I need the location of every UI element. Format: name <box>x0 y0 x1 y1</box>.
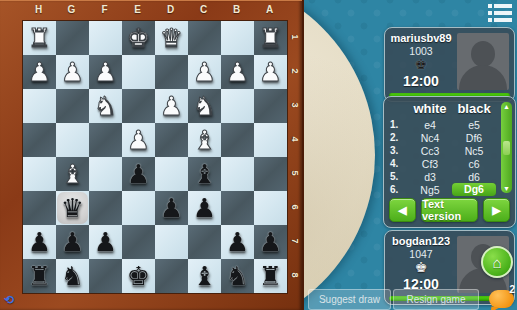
black-move[interactable]: c6 <box>452 158 496 170</box>
square-g8[interactable]: ♞ <box>56 259 89 293</box>
black-pawn[interactable]: ♟ <box>94 225 117 259</box>
white-knight[interactable]: ♞ <box>193 89 216 123</box>
white-move[interactable]: Nc4 <box>408 132 452 144</box>
black-pawn[interactable]: ♟ <box>127 157 150 191</box>
move-number: 4. <box>390 158 408 169</box>
white-pawn[interactable]: ♟ <box>61 55 84 89</box>
black-rook[interactable]: ♜ <box>259 259 282 293</box>
white-king-icon: ♚ <box>415 260 428 275</box>
square-c2[interactable]: ♟ <box>188 55 221 89</box>
board-rank-labels: 12345678 <box>287 20 302 292</box>
move-row-2: 2.Nc4Df6 <box>390 131 515 144</box>
black-king[interactable]: ♚ <box>127 259 150 293</box>
text-version-button[interactable]: Text version <box>421 198 478 222</box>
scroll-up-icon[interactable]: ▲ <box>503 102 510 111</box>
square-c8[interactable]: ♝ <box>188 259 221 293</box>
file-label-g: G <box>55 1 88 18</box>
black-move[interactable]: d6 <box>452 171 496 183</box>
move-row-4: 4.Cf3c6 <box>390 157 515 170</box>
square-b1[interactable] <box>221 21 254 55</box>
white-pawn[interactable]: ♟ <box>127 123 150 157</box>
file-label-e: E <box>121 1 154 18</box>
chess-board[interactable]: ♜♚♛♜♟♟♟♟♟♟♞♟♞♟♝♝♟♝♛♟♟♟♟♟♟♟♜♞♚♝♞♜ <box>22 20 288 294</box>
black-bishop[interactable]: ♝ <box>193 259 216 293</box>
black-move[interactable]: e5 <box>452 119 496 131</box>
square-g5[interactable]: ♝ <box>56 157 89 191</box>
square-e4[interactable]: ♟ <box>122 123 155 157</box>
square-a1[interactable]: ♜ <box>254 21 287 55</box>
white-pawn[interactable]: ♟ <box>226 55 249 89</box>
square-d4[interactable] <box>155 123 188 157</box>
move-row-5: 5.d3d6 <box>390 170 515 183</box>
move-number: 2. <box>390 132 408 143</box>
black-move[interactable]: Df6 <box>452 132 496 144</box>
suggest-draw-button[interactable]: Suggest draw <box>308 289 391 310</box>
square-e2[interactable] <box>122 55 155 89</box>
white-move[interactable]: Ng5 <box>408 184 452 196</box>
header-white: white <box>408 101 452 116</box>
square-b2[interactable]: ♟ <box>221 55 254 89</box>
square-b5[interactable] <box>221 157 254 191</box>
move-row-3: 3.Cc3Nc5 <box>390 144 515 157</box>
square-e8[interactable]: ♚ <box>122 259 155 293</box>
player-name: mariusbv89 <box>390 32 451 44</box>
move-row-6: 6.Ng5Dg6 <box>390 183 515 196</box>
square-f6[interactable] <box>89 191 122 225</box>
square-g4[interactable] <box>56 123 89 157</box>
black-pawn[interactable]: ♟ <box>259 225 282 259</box>
move-list-panel: white black 1.e4e52.Nc4Df63.Cc3Nc54.Cf3c… <box>383 96 516 228</box>
black-knight[interactable]: ♞ <box>226 259 249 293</box>
square-c5[interactable]: ♝ <box>188 157 221 191</box>
square-d7[interactable] <box>155 225 188 259</box>
player-info-bottom: bogdan123 1047 ♚ 12:00 <box>385 231 457 295</box>
square-f2[interactable]: ♟ <box>89 55 122 89</box>
square-f8[interactable] <box>89 259 122 293</box>
square-h6[interactable] <box>23 191 56 225</box>
square-e1[interactable]: ♚ <box>122 21 155 55</box>
scroll-down-icon[interactable]: ▼ <box>503 184 510 193</box>
home-button[interactable]: ⌂ <box>481 246 513 278</box>
chat-bubble-button[interactable]: 2 <box>489 290 514 308</box>
white-pawn[interactable]: ♟ <box>160 89 183 123</box>
white-bishop[interactable]: ♝ <box>61 157 84 191</box>
white-pawn[interactable]: ♟ <box>94 55 117 89</box>
square-e3[interactable] <box>122 89 155 123</box>
square-e6[interactable] <box>122 191 155 225</box>
black-queen[interactable]: ♛ <box>61 191 84 225</box>
home-icon: ⌂ <box>492 255 501 270</box>
white-pawn[interactable]: ♟ <box>193 55 216 89</box>
square-h8[interactable]: ♜ <box>23 259 56 293</box>
black-pawn[interactable]: ♟ <box>160 191 183 225</box>
square-d6[interactable]: ♟ <box>155 191 188 225</box>
square-c3[interactable]: ♞ <box>188 89 221 123</box>
square-b7[interactable]: ♟ <box>221 225 254 259</box>
square-f1[interactable] <box>89 21 122 55</box>
square-h1[interactable]: ♜ <box>23 21 56 55</box>
square-f4[interactable] <box>89 123 122 157</box>
black-king-icon: ♚ <box>415 57 428 72</box>
white-rook[interactable]: ♜ <box>259 21 282 55</box>
white-king[interactable]: ♚ <box>127 21 150 55</box>
white-pawn[interactable]: ♟ <box>28 55 51 89</box>
black-pawn[interactable]: ♟ <box>226 225 249 259</box>
scroll-thumb[interactable] <box>503 141 510 155</box>
resign-game-button[interactable]: Resign game <box>393 289 479 310</box>
square-d1[interactable]: ♛ <box>155 21 188 55</box>
avatar <box>457 33 509 90</box>
move-number: 1. <box>390 119 408 130</box>
square-a4[interactable] <box>254 123 287 157</box>
square-e5[interactable]: ♟ <box>122 157 155 191</box>
black-pawn[interactable]: ♟ <box>61 225 84 259</box>
menu-list-icon[interactable] <box>488 4 512 25</box>
move-number: 3. <box>390 145 408 156</box>
black-rook[interactable]: ♜ <box>28 259 51 293</box>
white-move[interactable]: Cf3 <box>408 158 452 170</box>
square-g1[interactable] <box>56 21 89 55</box>
square-b4[interactable] <box>221 123 254 157</box>
file-label-b: B <box>220 1 253 18</box>
move-number: 5. <box>390 171 408 182</box>
square-h2[interactable]: ♟ <box>23 55 56 89</box>
chat-unread-badge: 2 <box>509 284 515 295</box>
player-card-top: mariusbv89 1003 ♚ 12:00 <box>384 27 515 102</box>
square-g7[interactable]: ♟ <box>56 225 89 259</box>
square-b6[interactable] <box>221 191 254 225</box>
white-move[interactable]: e4 <box>408 119 452 131</box>
file-label-c: C <box>187 1 220 18</box>
square-a7[interactable]: ♟ <box>254 225 287 259</box>
square-a3[interactable] <box>254 89 287 123</box>
app-window: HGFEDCBA 12345678 ♜♚♛♜♟♟♟♟♟♟♞♟♞♟♝♝♟♝♛♟♟♟… <box>0 0 517 310</box>
square-a5[interactable] <box>254 157 287 191</box>
player-clock: 12:00 <box>403 73 439 89</box>
white-move[interactable]: d3 <box>408 171 452 183</box>
square-c7[interactable] <box>188 225 221 259</box>
white-move[interactable]: Cc3 <box>408 145 452 157</box>
file-label-h: H <box>22 1 55 18</box>
square-f7[interactable]: ♟ <box>89 225 122 259</box>
square-a8[interactable]: ♜ <box>254 259 287 293</box>
square-h3[interactable] <box>23 89 56 123</box>
move-list-scrollbar[interactable]: ▲ ▼ <box>501 102 512 193</box>
square-b3[interactable] <box>221 89 254 123</box>
move-nav-buttons: ◀ Text version ▶ <box>389 198 510 222</box>
square-d8[interactable] <box>155 259 188 293</box>
square-c4[interactable]: ♝ <box>188 123 221 157</box>
square-e7[interactable] <box>122 225 155 259</box>
move-row-1: 1.e4e5 <box>390 118 515 131</box>
square-g3[interactable] <box>56 89 89 123</box>
square-h4[interactable] <box>23 123 56 157</box>
black-knight[interactable]: ♞ <box>61 259 84 293</box>
player-name: bogdan123 <box>392 235 450 247</box>
board-file-labels: HGFEDCBA <box>22 1 286 18</box>
chess-board-frame: HGFEDCBA 12345678 ♜♚♛♜♟♟♟♟♟♟♞♟♞♟♝♝♟♝♛♟♟♟… <box>0 0 304 310</box>
square-f3[interactable]: ♞ <box>89 89 122 123</box>
square-h5[interactable] <box>23 157 56 191</box>
black-move[interactable]: Nc5 <box>452 145 496 157</box>
move-list-header: white black <box>408 101 515 116</box>
header-black: black <box>452 101 496 116</box>
prev-move-button[interactable]: ◀ <box>389 198 416 222</box>
next-move-button[interactable]: ▶ <box>483 198 510 222</box>
square-d2[interactable] <box>155 55 188 89</box>
file-label-f: F <box>88 1 121 18</box>
white-bishop[interactable]: ♝ <box>193 123 216 157</box>
move-number: 6. <box>390 184 408 195</box>
square-a2[interactable]: ♟ <box>254 55 287 89</box>
square-b8[interactable]: ♞ <box>221 259 254 293</box>
file-label-d: D <box>154 1 187 18</box>
black-pawn[interactable]: ♟ <box>193 191 216 225</box>
square-a6[interactable] <box>254 191 287 225</box>
square-c6[interactable]: ♟ <box>188 191 221 225</box>
white-pawn[interactable]: ♟ <box>259 55 282 89</box>
square-d5[interactable] <box>155 157 188 191</box>
square-d3[interactable]: ♟ <box>155 89 188 123</box>
black-move[interactable]: Dg6 <box>452 183 496 196</box>
black-pawn[interactable]: ♟ <box>28 225 51 259</box>
square-c1[interactable] <box>188 21 221 55</box>
player-info-top: mariusbv89 1003 ♚ 12:00 <box>385 28 457 92</box>
square-f5[interactable] <box>89 157 122 191</box>
white-knight[interactable]: ♞ <box>94 89 117 123</box>
white-rook[interactable]: ♜ <box>28 21 51 55</box>
square-g2[interactable]: ♟ <box>56 55 89 89</box>
flip-board-icon[interactable]: ⟲ <box>4 293 14 307</box>
white-queen[interactable]: ♛ <box>160 21 183 55</box>
file-label-a: A <box>253 1 286 18</box>
square-g6[interactable]: ♛ <box>56 191 89 225</box>
black-bishop[interactable]: ♝ <box>193 157 216 191</box>
move-list: 1.e4e52.Nc4Df63.Cc3Nc54.Cf3c65.d3d66.Ng5… <box>384 118 515 196</box>
square-h7[interactable]: ♟ <box>23 225 56 259</box>
